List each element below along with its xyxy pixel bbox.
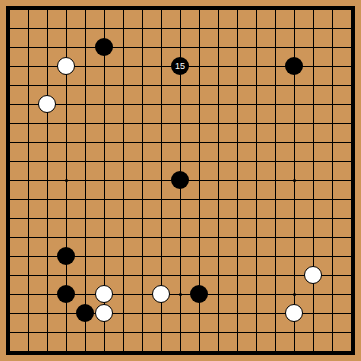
intersection-4-10[interactable] <box>76 190 95 209</box>
intersection-0-6[interactable] <box>0 114 19 133</box>
intersection-5-10[interactable] <box>95 190 114 209</box>
intersection-13-4[interactable] <box>247 76 266 95</box>
intersection-5-6[interactable] <box>95 114 114 133</box>
intersection-8-15[interactable] <box>152 285 171 304</box>
intersection-9-4[interactable] <box>171 76 190 95</box>
intersection-3-7[interactable] <box>57 133 76 152</box>
intersection-14-11[interactable] <box>266 209 285 228</box>
intersection-14-12[interactable] <box>266 228 285 247</box>
intersection-4-15[interactable] <box>76 285 95 304</box>
intersection-1-0[interactable] <box>19 0 38 19</box>
intersection-3-13[interactable] <box>57 247 76 266</box>
intersection-13-9[interactable] <box>247 171 266 190</box>
intersection-14-14[interactable] <box>266 266 285 285</box>
intersection-2-2[interactable] <box>38 38 57 57</box>
intersection-10-9[interactable] <box>190 171 209 190</box>
intersection-0-2[interactable] <box>0 38 19 57</box>
intersection-14-16[interactable] <box>266 304 285 323</box>
black-stone-F17[interactable] <box>95 38 113 56</box>
intersection-17-11[interactable] <box>323 209 342 228</box>
intersection-3-15[interactable] <box>57 285 76 304</box>
intersection-9-7[interactable] <box>171 133 190 152</box>
intersection-16-2[interactable] <box>304 38 323 57</box>
black-stone-K10[interactable] <box>171 171 189 189</box>
intersection-2-8[interactable] <box>38 152 57 171</box>
intersection-17-12[interactable] <box>323 228 342 247</box>
intersection-8-16[interactable] <box>152 304 171 323</box>
intersection-10-7[interactable] <box>190 133 209 152</box>
intersection-4-0[interactable] <box>76 0 95 19</box>
intersection-17-14[interactable] <box>323 266 342 285</box>
intersection-16-10[interactable] <box>304 190 323 209</box>
intersection-14-7[interactable] <box>266 133 285 152</box>
intersection-5-7[interactable] <box>95 133 114 152</box>
intersection-11-11[interactable] <box>209 209 228 228</box>
intersection-5-18[interactable] <box>95 342 114 361</box>
intersection-11-18[interactable] <box>209 342 228 361</box>
intersection-2-17[interactable] <box>38 323 57 342</box>
intersection-2-18[interactable] <box>38 342 57 361</box>
intersection-1-1[interactable] <box>19 19 38 38</box>
black-stone-Q16[interactable] <box>285 57 303 75</box>
intersection-4-14[interactable] <box>76 266 95 285</box>
intersection-12-4[interactable] <box>228 76 247 95</box>
intersection-2-11[interactable] <box>38 209 57 228</box>
intersection-0-5[interactable] <box>0 95 19 114</box>
intersection-16-16[interactable] <box>304 304 323 323</box>
intersection-12-17[interactable] <box>228 323 247 342</box>
intersection-9-18[interactable] <box>171 342 190 361</box>
intersection-2-15[interactable] <box>38 285 57 304</box>
intersection-15-10[interactable] <box>285 190 304 209</box>
white-stone-D16[interactable] <box>57 57 75 75</box>
intersection-12-9[interactable] <box>228 171 247 190</box>
intersection-5-14[interactable] <box>95 266 114 285</box>
intersection-13-13[interactable] <box>247 247 266 266</box>
intersection-16-3[interactable] <box>304 57 323 76</box>
intersection-5-17[interactable] <box>95 323 114 342</box>
intersection-17-8[interactable] <box>323 152 342 171</box>
intersection-1-7[interactable] <box>19 133 38 152</box>
intersection-6-5[interactable] <box>114 95 133 114</box>
black-stone-K16-move-15[interactable]: 15 <box>171 57 189 75</box>
intersection-3-1[interactable] <box>57 19 76 38</box>
intersection-4-18[interactable] <box>76 342 95 361</box>
intersection-18-11[interactable] <box>342 209 361 228</box>
intersection-16-12[interactable] <box>304 228 323 247</box>
intersection-17-0[interactable] <box>323 0 342 19</box>
intersection-0-8[interactable] <box>0 152 19 171</box>
intersection-2-14[interactable] <box>38 266 57 285</box>
intersection-5-5[interactable] <box>95 95 114 114</box>
intersection-3-5[interactable] <box>57 95 76 114</box>
intersection-10-5[interactable] <box>190 95 209 114</box>
intersection-4-11[interactable] <box>76 209 95 228</box>
intersection-2-9[interactable] <box>38 171 57 190</box>
intersection-0-13[interactable] <box>0 247 19 266</box>
intersection-4-1[interactable] <box>76 19 95 38</box>
intersection-9-16[interactable] <box>171 304 190 323</box>
intersection-15-8[interactable] <box>285 152 304 171</box>
intersection-2-0[interactable] <box>38 0 57 19</box>
intersection-18-14[interactable] <box>342 266 361 285</box>
intersection-4-8[interactable] <box>76 152 95 171</box>
intersection-10-15[interactable] <box>190 285 209 304</box>
intersection-3-6[interactable] <box>57 114 76 133</box>
intersection-7-12[interactable] <box>133 228 152 247</box>
intersection-3-4[interactable] <box>57 76 76 95</box>
intersection-12-2[interactable] <box>228 38 247 57</box>
intersection-16-18[interactable] <box>304 342 323 361</box>
intersection-10-3[interactable] <box>190 57 209 76</box>
intersection-11-1[interactable] <box>209 19 228 38</box>
intersection-7-15[interactable] <box>133 285 152 304</box>
intersection-11-4[interactable] <box>209 76 228 95</box>
intersection-12-15[interactable] <box>228 285 247 304</box>
intersection-16-6[interactable] <box>304 114 323 133</box>
intersection-8-10[interactable] <box>152 190 171 209</box>
intersection-6-15[interactable] <box>114 285 133 304</box>
intersection-7-14[interactable] <box>133 266 152 285</box>
intersection-2-6[interactable] <box>38 114 57 133</box>
intersection-10-12[interactable] <box>190 228 209 247</box>
intersection-14-9[interactable] <box>266 171 285 190</box>
intersection-12-1[interactable] <box>228 19 247 38</box>
intersection-14-13[interactable] <box>266 247 285 266</box>
intersection-7-5[interactable] <box>133 95 152 114</box>
intersection-14-1[interactable] <box>266 19 285 38</box>
intersection-18-9[interactable] <box>342 171 361 190</box>
intersection-15-4[interactable] <box>285 76 304 95</box>
intersection-9-5[interactable] <box>171 95 190 114</box>
intersection-1-13[interactable] <box>19 247 38 266</box>
intersection-10-18[interactable] <box>190 342 209 361</box>
intersection-3-10[interactable] <box>57 190 76 209</box>
intersection-12-10[interactable] <box>228 190 247 209</box>
intersection-7-0[interactable] <box>133 0 152 19</box>
intersection-18-16[interactable] <box>342 304 361 323</box>
intersection-7-18[interactable] <box>133 342 152 361</box>
intersection-18-0[interactable] <box>342 0 361 19</box>
intersection-18-7[interactable] <box>342 133 361 152</box>
intersection-16-11[interactable] <box>304 209 323 228</box>
intersection-0-3[interactable] <box>0 57 19 76</box>
intersection-1-14[interactable] <box>19 266 38 285</box>
intersection-18-17[interactable] <box>342 323 361 342</box>
intersection-17-10[interactable] <box>323 190 342 209</box>
intersection-0-16[interactable] <box>0 304 19 323</box>
intersection-10-14[interactable] <box>190 266 209 285</box>
intersection-1-10[interactable] <box>19 190 38 209</box>
intersection-16-9[interactable] <box>304 171 323 190</box>
intersection-17-15[interactable] <box>323 285 342 304</box>
intersection-16-4[interactable] <box>304 76 323 95</box>
intersection-6-11[interactable] <box>114 209 133 228</box>
intersection-16-5[interactable] <box>304 95 323 114</box>
intersection-11-14[interactable] <box>209 266 228 285</box>
intersection-10-13[interactable] <box>190 247 209 266</box>
intersection-6-7[interactable] <box>114 133 133 152</box>
intersection-1-6[interactable] <box>19 114 38 133</box>
intersection-6-8[interactable] <box>114 152 133 171</box>
intersection-18-2[interactable] <box>342 38 361 57</box>
intersection-8-5[interactable] <box>152 95 171 114</box>
intersection-13-17[interactable] <box>247 323 266 342</box>
intersection-10-16[interactable] <box>190 304 209 323</box>
intersection-2-13[interactable] <box>38 247 57 266</box>
intersection-8-18[interactable] <box>152 342 171 361</box>
intersection-6-3[interactable] <box>114 57 133 76</box>
intersection-16-15[interactable] <box>304 285 323 304</box>
intersection-12-16[interactable] <box>228 304 247 323</box>
white-stone-F3[interactable] <box>95 304 113 322</box>
intersection-1-8[interactable] <box>19 152 38 171</box>
intersection-0-12[interactable] <box>0 228 19 247</box>
intersection-14-5[interactable] <box>266 95 285 114</box>
intersection-4-17[interactable] <box>76 323 95 342</box>
intersection-14-2[interactable] <box>266 38 285 57</box>
intersection-10-1[interactable] <box>190 19 209 38</box>
intersection-18-15[interactable] <box>342 285 361 304</box>
intersection-16-8[interactable] <box>304 152 323 171</box>
intersection-10-2[interactable] <box>190 38 209 57</box>
intersection-18-4[interactable] <box>342 76 361 95</box>
intersection-9-10[interactable] <box>171 190 190 209</box>
intersection-4-3[interactable] <box>76 57 95 76</box>
intersection-14-8[interactable] <box>266 152 285 171</box>
intersection-9-15[interactable] <box>171 285 190 304</box>
intersection-9-6[interactable] <box>171 114 190 133</box>
intersection-7-4[interactable] <box>133 76 152 95</box>
intersection-7-17[interactable] <box>133 323 152 342</box>
intersection-8-3[interactable] <box>152 57 171 76</box>
intersection-14-0[interactable] <box>266 0 285 19</box>
black-stone-D4[interactable] <box>57 285 75 303</box>
intersection-2-4[interactable] <box>38 76 57 95</box>
intersection-0-10[interactable] <box>0 190 19 209</box>
intersection-11-5[interactable] <box>209 95 228 114</box>
intersection-15-7[interactable] <box>285 133 304 152</box>
intersection-3-0[interactable] <box>57 0 76 19</box>
intersection-6-18[interactable] <box>114 342 133 361</box>
intersection-9-11[interactable] <box>171 209 190 228</box>
white-stone-F4[interactable] <box>95 285 113 303</box>
intersection-11-15[interactable] <box>209 285 228 304</box>
intersection-2-3[interactable] <box>38 57 57 76</box>
intersection-17-7[interactable] <box>323 133 342 152</box>
intersection-3-2[interactable] <box>57 38 76 57</box>
intersection-15-0[interactable] <box>285 0 304 19</box>
intersection-18-3[interactable] <box>342 57 361 76</box>
intersection-1-3[interactable] <box>19 57 38 76</box>
intersection-13-8[interactable] <box>247 152 266 171</box>
intersection-5-15[interactable] <box>95 285 114 304</box>
intersection-0-4[interactable] <box>0 76 19 95</box>
intersection-13-0[interactable] <box>247 0 266 19</box>
intersection-9-13[interactable] <box>171 247 190 266</box>
intersection-7-6[interactable] <box>133 114 152 133</box>
intersection-5-16[interactable] <box>95 304 114 323</box>
intersection-9-0[interactable] <box>171 0 190 19</box>
intersection-1-4[interactable] <box>19 76 38 95</box>
intersection-10-6[interactable] <box>190 114 209 133</box>
intersection-13-7[interactable] <box>247 133 266 152</box>
intersection-7-16[interactable] <box>133 304 152 323</box>
intersection-17-17[interactable] <box>323 323 342 342</box>
intersection-13-18[interactable] <box>247 342 266 361</box>
intersection-17-13[interactable] <box>323 247 342 266</box>
intersection-18-1[interactable] <box>342 19 361 38</box>
intersection-8-12[interactable] <box>152 228 171 247</box>
intersection-6-0[interactable] <box>114 0 133 19</box>
intersection-12-3[interactable] <box>228 57 247 76</box>
intersection-12-6[interactable] <box>228 114 247 133</box>
intersection-6-6[interactable] <box>114 114 133 133</box>
intersection-6-9[interactable] <box>114 171 133 190</box>
intersection-10-0[interactable] <box>190 0 209 19</box>
intersection-8-4[interactable] <box>152 76 171 95</box>
intersection-1-11[interactable] <box>19 209 38 228</box>
intersection-6-17[interactable] <box>114 323 133 342</box>
intersection-10-11[interactable] <box>190 209 209 228</box>
intersection-14-10[interactable] <box>266 190 285 209</box>
intersection-13-15[interactable] <box>247 285 266 304</box>
white-stone-J4[interactable] <box>152 285 170 303</box>
intersection-11-8[interactable] <box>209 152 228 171</box>
intersection-14-15[interactable] <box>266 285 285 304</box>
intersection-11-17[interactable] <box>209 323 228 342</box>
intersection-10-10[interactable] <box>190 190 209 209</box>
intersection-5-2[interactable] <box>95 38 114 57</box>
intersection-5-4[interactable] <box>95 76 114 95</box>
intersection-15-18[interactable] <box>285 342 304 361</box>
intersection-8-6[interactable] <box>152 114 171 133</box>
intersection-18-8[interactable] <box>342 152 361 171</box>
intersection-17-2[interactable] <box>323 38 342 57</box>
intersection-1-5[interactable] <box>19 95 38 114</box>
intersection-17-18[interactable] <box>323 342 342 361</box>
intersection-11-6[interactable] <box>209 114 228 133</box>
intersection-6-12[interactable] <box>114 228 133 247</box>
intersection-12-0[interactable] <box>228 0 247 19</box>
intersection-5-8[interactable] <box>95 152 114 171</box>
intersection-7-8[interactable] <box>133 152 152 171</box>
intersection-17-16[interactable] <box>323 304 342 323</box>
intersection-8-7[interactable] <box>152 133 171 152</box>
intersection-13-10[interactable] <box>247 190 266 209</box>
intersection-11-7[interactable] <box>209 133 228 152</box>
intersection-15-13[interactable] <box>285 247 304 266</box>
intersection-11-13[interactable] <box>209 247 228 266</box>
intersection-17-5[interactable] <box>323 95 342 114</box>
intersection-11-2[interactable] <box>209 38 228 57</box>
intersection-2-12[interactable] <box>38 228 57 247</box>
intersection-16-7[interactable] <box>304 133 323 152</box>
intersection-5-11[interactable] <box>95 209 114 228</box>
intersection-4-7[interactable] <box>76 133 95 152</box>
intersection-6-2[interactable] <box>114 38 133 57</box>
intersection-8-1[interactable] <box>152 19 171 38</box>
intersection-2-1[interactable] <box>38 19 57 38</box>
black-stone-E3[interactable] <box>76 304 94 322</box>
intersection-5-3[interactable] <box>95 57 114 76</box>
intersection-1-15[interactable] <box>19 285 38 304</box>
intersection-18-12[interactable] <box>342 228 361 247</box>
intersection-9-14[interactable] <box>171 266 190 285</box>
white-stone-R5[interactable] <box>304 266 322 284</box>
intersection-9-9[interactable] <box>171 171 190 190</box>
intersection-1-18[interactable] <box>19 342 38 361</box>
intersection-6-4[interactable] <box>114 76 133 95</box>
intersection-17-3[interactable] <box>323 57 342 76</box>
intersection-3-11[interactable] <box>57 209 76 228</box>
intersection-14-18[interactable] <box>266 342 285 361</box>
intersection-15-6[interactable] <box>285 114 304 133</box>
intersection-7-11[interactable] <box>133 209 152 228</box>
intersection-12-8[interactable] <box>228 152 247 171</box>
intersection-4-12[interactable] <box>76 228 95 247</box>
intersection-4-16[interactable] <box>76 304 95 323</box>
intersection-9-3[interactable]: 15 <box>171 57 190 76</box>
intersection-8-8[interactable] <box>152 152 171 171</box>
intersection-1-9[interactable] <box>19 171 38 190</box>
intersection-13-1[interactable] <box>247 19 266 38</box>
intersection-7-10[interactable] <box>133 190 152 209</box>
intersection-7-3[interactable] <box>133 57 152 76</box>
intersection-5-9[interactable] <box>95 171 114 190</box>
intersection-0-14[interactable] <box>0 266 19 285</box>
intersection-0-1[interactable] <box>0 19 19 38</box>
intersection-4-6[interactable] <box>76 114 95 133</box>
intersection-6-13[interactable] <box>114 247 133 266</box>
intersection-2-5[interactable] <box>38 95 57 114</box>
intersection-7-1[interactable] <box>133 19 152 38</box>
intersection-13-11[interactable] <box>247 209 266 228</box>
intersection-6-16[interactable] <box>114 304 133 323</box>
intersection-14-4[interactable] <box>266 76 285 95</box>
intersection-18-10[interactable] <box>342 190 361 209</box>
intersection-1-16[interactable] <box>19 304 38 323</box>
intersection-0-9[interactable] <box>0 171 19 190</box>
intersection-0-7[interactable] <box>0 133 19 152</box>
intersection-2-7[interactable] <box>38 133 57 152</box>
intersection-4-9[interactable] <box>76 171 95 190</box>
intersection-1-12[interactable] <box>19 228 38 247</box>
intersection-7-9[interactable] <box>133 171 152 190</box>
intersection-11-16[interactable] <box>209 304 228 323</box>
intersection-8-17[interactable] <box>152 323 171 342</box>
intersection-9-2[interactable] <box>171 38 190 57</box>
intersection-17-6[interactable] <box>323 114 342 133</box>
intersection-15-3[interactable] <box>285 57 304 76</box>
intersection-16-0[interactable] <box>304 0 323 19</box>
intersection-0-11[interactable] <box>0 209 19 228</box>
intersection-3-12[interactable] <box>57 228 76 247</box>
intersection-12-14[interactable] <box>228 266 247 285</box>
intersection-11-0[interactable] <box>209 0 228 19</box>
intersection-3-16[interactable] <box>57 304 76 323</box>
intersection-13-3[interactable] <box>247 57 266 76</box>
intersection-2-10[interactable] <box>38 190 57 209</box>
intersection-3-3[interactable] <box>57 57 76 76</box>
intersection-18-18[interactable] <box>342 342 361 361</box>
intersection-9-8[interactable] <box>171 152 190 171</box>
intersection-5-13[interactable] <box>95 247 114 266</box>
intersection-15-5[interactable] <box>285 95 304 114</box>
intersection-16-17[interactable] <box>304 323 323 342</box>
intersection-12-11[interactable] <box>228 209 247 228</box>
intersection-7-2[interactable] <box>133 38 152 57</box>
